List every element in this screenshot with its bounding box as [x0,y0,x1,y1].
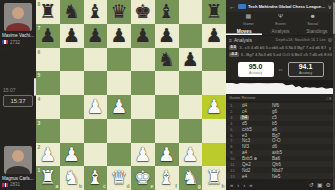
black-pawn[interactable]: ♟ [179,48,203,72]
move-list: 1.d4Nf62.c4g63.h4c54.d5b55.cxb5a66.e3Bg7… [226,102,335,179]
white-knight[interactable]: ♞ [179,166,203,190]
white-pawn[interactable]: ♟ [107,95,131,119]
black-move-cell[interactable]: a6 [272,127,302,132]
black-move-cell[interactable]: Nbd7 [272,168,302,173]
square-d7[interactable]: ♟ [107,24,131,48]
white-knight[interactable]: ♞ [60,166,84,190]
black-player-name: Maxime Vachi... [2,33,34,38]
black-pawn[interactable]: ♟ [60,24,84,48]
control-right-icons: ↺▣⚙ [309,180,331,190]
go-end-button[interactable]: » [249,180,252,190]
white-move[interactable]: Nd2 [242,168,250,173]
square-b1[interactable]: b♞ [60,166,84,190]
white-move[interactable]: h4 [240,115,249,120]
square-e3[interactable] [131,119,155,143]
black-knight[interactable]: ♞ [155,48,179,72]
black-accuracy-box: 94.1 Accuracy [288,62,324,77]
white-pawn[interactable]: ♟ [179,143,203,167]
line-moves: 3...c5 4.d5 b5 5.cxb5 a6 6.Nc3 Bg7 7.e4 … [239,45,326,50]
black-knight[interactable]: ♞ [60,0,84,24]
review-title: Game Review [229,95,323,100]
square-c4[interactable]: ♟ [84,95,108,119]
black-king[interactable]: ♚ [131,0,155,24]
engine-lines: 0.03...c5 4.d5 b5 5.cxb5 a6 6.Nc3 Bg7 7.… [226,44,335,58]
square-h4[interactable]: ♟ [202,95,226,119]
white-accuracy-label: Accuracy [249,71,262,75]
square-b7[interactable]: ♟ [60,24,84,48]
square-e6[interactable] [131,48,155,72]
playback-controls: «‹›»↺▣⚙ [226,179,335,190]
event-header: ← Tech Mahindra Global Chess League 2024… [226,0,335,12]
square-d5[interactable] [107,71,131,95]
square-g7[interactable] [179,24,203,48]
white-move[interactable]: Nc3 [242,138,250,143]
rank-label: 3 [38,120,41,126]
move-number: 7. [230,138,242,143]
move-number: 1. [230,103,242,108]
flip-board-button[interactable]: ↺ [309,180,314,190]
black-accuracy-value: 94.1 [299,63,313,71]
tab-moves[interactable]: Moves [226,27,262,35]
square-f2[interactable]: ♟ [155,143,179,167]
eval-badge: 0.0 [229,45,237,50]
white-pawn[interactable]: ♟ [155,143,179,167]
black-pawn[interactable]: ♟ [202,24,226,48]
black-bishop[interactable]: ♝ [155,0,179,24]
square-b2[interactable]: ♟ [60,143,84,167]
white-move[interactable]: Bxb5 [242,156,252,161]
collapse-icon[interactable]: ∧ [328,95,332,101]
black-move-cell[interactable]: axb5 [272,150,302,155]
board-icon: ▦ [245,13,251,20]
black-move-cell[interactable]: d6 [272,144,302,149]
norway-flag-icon [2,183,8,187]
square-g3[interactable] [179,119,203,143]
white-move-cell[interactable]: c4 [242,109,272,114]
white-player-rating: 2831 [10,182,20,187]
go-forward-button[interactable]: › [243,180,245,190]
black-move-cell[interactable]: Ba6 [272,156,302,161]
square-d3[interactable] [107,119,131,143]
square-g8[interactable] [179,0,203,24]
move-number: 2. [230,109,242,114]
event-logo [238,4,246,9]
square-b5[interactable] [60,71,84,95]
review-icons: ↓∧ [326,95,332,101]
white-move[interactable]: e4 [242,174,247,179]
move-number: 10. [230,156,242,161]
square-h2[interactable] [202,143,226,167]
square-h7[interactable]: ♟ [202,24,226,48]
square-a2[interactable]: 2♟ [36,143,60,167]
white-move-cell[interactable]: Qe2 [242,162,272,167]
engine-line-2[interactable]: -0.23...Bg7 4.Nc3 d6 5.e4 O-O 6.Be2 c5 7… [229,52,332,58]
black-bishop[interactable]: ♝ [84,0,108,24]
white-move-cell[interactable]: a4 [242,150,272,155]
review-header: Game Review ↓∧ [226,94,335,102]
white-move-cell[interactable]: d5 [242,121,272,126]
white-move[interactable]: Qe2 [242,162,251,167]
settings-button[interactable]: ⚙ [326,180,331,190]
eval-badge: -0.2 [229,52,239,57]
analysis-bar: ≡ Analysis Depth=18, Stockfish 16.1 Lite… [226,36,335,44]
lines-icon: ≡ [229,37,232,43]
eval-graph[interactable] [226,80,335,94]
square-c8[interactable]: ♝ [84,0,108,24]
square-f3[interactable] [155,119,179,143]
white-move[interactable]: d5 [242,121,247,126]
white-move[interactable]: e3 [242,133,247,138]
white-move[interactable]: a4 [242,150,247,155]
trophy-icon: Ψ [278,13,283,20]
expand-lines-icon[interactable]: ∨ [328,45,332,51]
move-number: 9. [230,150,242,155]
black-rook[interactable]: ♜ [202,0,226,24]
tab-standings[interactable]: Standings [299,27,335,35]
black-move-cell[interactable]: O-O [272,138,302,143]
people-icon: ☻ [310,13,316,20]
white-pawn[interactable]: ♟ [202,95,226,119]
square-f7[interactable]: ♟ [155,24,179,48]
white-pawn[interactable]: ♟ [60,143,84,167]
analysis-label[interactable]: Analysis [234,38,252,43]
square-b6[interactable] [60,48,84,72]
white-move[interactable]: Nf3 [242,144,249,149]
accuracy-section: 95.0 Accuracy vs 94.1 Accuracy [226,58,335,80]
square-c6[interactable] [84,48,108,72]
rank-label: 6 [38,49,41,55]
tab-analysis[interactable]: Analysis [262,27,298,35]
player-sidebar: Maxime Vachi... 2732 · · · 15:07 15:37 M… [0,0,36,190]
white-move-cell[interactable]: d4 [242,103,272,108]
square-d2[interactable] [107,143,131,167]
white-player-name: Magnus Carls... [2,176,34,181]
white-player-avatar[interactable] [4,146,32,174]
event-panel: ← Tech Mahindra Global Chess League 2024… [226,0,335,190]
nav-social[interactable]: ☻Social [307,13,318,26]
nav-label: Social [307,21,318,26]
square-g5[interactable] [179,71,203,95]
nav-label: Event [275,21,285,26]
black-move-cell[interactable]: b5 [272,121,302,126]
square-c1[interactable]: c♝ [84,166,108,190]
white-move[interactable]: cxb5 [242,127,252,132]
white-move-cell[interactable]: cxb5 [242,127,272,132]
square-h6[interactable] [202,48,226,72]
move-number: 6. [230,133,242,138]
chess-board[interactable]: 8♜♞♝♛♚♝♜7♟♟♟♟♟♟♟6♞♟54♟♟♟32♟♟♟♟♟1a♜b♞c♝d♛… [36,0,226,190]
panel-nav: ▦GameΨEvent☻Social [226,12,335,27]
white-move-cell[interactable]: Nc3 [242,138,272,143]
square-f5[interactable] [155,71,179,95]
avatar-shirt [6,166,30,174]
white-queen[interactable]: ♛ [107,166,131,190]
square-h5[interactable] [202,71,226,95]
square-e4[interactable] [131,95,155,119]
move-number: 8. [230,144,242,149]
black-pawn[interactable]: ♟ [107,24,131,48]
square-c7[interactable]: ♟ [84,24,108,48]
nav-label: Game [243,21,254,26]
black-rook[interactable]: ♜ [36,0,60,24]
black-player-avatar[interactable] [4,3,32,31]
square-c3[interactable] [84,119,108,143]
square-e2[interactable]: ♟ [131,143,155,167]
white-bishop[interactable]: ♝ [155,166,179,190]
square-e8[interactable]: ♚ [131,0,155,24]
square-d1[interactable]: d♛ [107,166,131,190]
square-f8[interactable]: ♝ [155,0,179,24]
white-move-cell[interactable]: Nd2 [242,168,272,173]
go-back-button[interactable]: ‹ [237,180,239,190]
square-h8[interactable]: ♜ [202,0,226,24]
square-c5[interactable] [84,71,108,95]
move-annotation-icon [254,157,258,161]
square-a7[interactable]: 7♟ [36,24,60,48]
black-move-cell[interactable]: c5 [272,115,302,120]
black-move-cell[interactable]: Qb6 [272,162,302,167]
square-a4[interactable]: 4 [36,95,60,119]
line-moves: 3...Bg7 4.Nc3 d6 5.e4 O-O 6.Be2 c5 7.d5 … [241,52,332,57]
square-f6[interactable]: ♞ [155,48,179,72]
move-number: 5. [230,127,242,132]
square-a8[interactable]: 8♜ [36,0,60,24]
square-h1[interactable]: h♜ [202,166,226,190]
nav-game[interactable]: ▦Game [243,13,254,26]
engine-line-1[interactable]: 0.03...c5 4.d5 b5 5.cxb5 a6 6.Nc3 Bg7 7.… [229,45,332,51]
white-pawn[interactable]: ♟ [84,95,108,119]
square-g6[interactable]: ♟ [179,48,203,72]
square-a6[interactable]: 6 [36,48,60,72]
white-clock: 15:37 [3,95,33,107]
avatar-head [12,7,24,19]
white-rook[interactable]: ♜ [36,166,60,190]
panel-tabs: MovesAnalysisStandings [226,27,335,36]
chevron-down-icon[interactable]: ∨ [328,3,332,10]
white-accuracy-box: 95.0 Accuracy [238,62,274,77]
rank-label: 4 [38,96,41,102]
square-e5[interactable] [131,71,155,95]
square-d4[interactable]: ♟ [107,95,131,119]
avatar-shirt [6,23,30,31]
black-clock: 15:07 [3,87,33,93]
black-pawn[interactable]: ♟ [36,24,60,48]
black-move-cell[interactable]: g6 [272,109,302,114]
white-pawn[interactable]: ♟ [36,143,60,167]
square-g1[interactable]: g♞ [179,166,203,190]
square-a1[interactable]: 1a♜ [36,166,60,190]
square-b3[interactable] [60,119,84,143]
black-move-cell[interactable]: Bg7 [272,133,302,138]
square-e1[interactable]: e♚ [131,166,155,190]
black-pawn[interactable]: ♟ [131,24,155,48]
move-number: 4. [230,121,242,126]
rank-label: 5 [38,72,41,78]
square-d8[interactable]: ♛ [107,0,131,24]
black-queen[interactable]: ♛ [107,0,131,24]
black-move-cell[interactable]: Nf6 [272,103,302,108]
square-a3[interactable]: 3 [36,119,60,143]
go-start-button[interactable]: « [230,180,233,190]
square-g2[interactable]: ♟ [179,143,203,167]
square-f4[interactable] [155,95,179,119]
move-number: 11. [230,162,242,167]
white-move-cell[interactable]: Nf3 [242,144,272,149]
white-accuracy-value: 95.0 [249,63,263,71]
black-move-cell[interactable]: Ne5 [272,174,302,179]
nav-event[interactable]: ΨEvent [275,13,285,26]
black-pawn[interactable]: ♟ [84,24,108,48]
move-number: 12. [230,168,242,173]
square-g4[interactable] [179,95,203,119]
square-b4[interactable] [60,95,84,119]
square-d6[interactable] [107,48,131,72]
copy-button[interactable]: ▣ [317,180,323,190]
back-icon[interactable]: ← [229,3,236,10]
white-pawn[interactable]: ♟ [131,143,155,167]
square-a5[interactable]: 5 [36,71,60,95]
engine-info: Depth=18, Stockfish 16.1 Lite [276,38,326,42]
square-f1[interactable]: f♝ [155,166,179,190]
vs-label: vs [279,67,283,72]
black-pawn[interactable]: ♟ [155,24,179,48]
square-c2[interactable] [84,143,108,167]
white-move[interactable]: c4 [242,109,247,114]
square-b8[interactable]: ♞ [60,0,84,24]
avatar-head [12,150,24,162]
white-king[interactable]: ♚ [131,166,155,190]
move-number: 13. [230,174,242,179]
event-title: Tech Mahindra Global Chess League 2024 [248,4,326,9]
square-h3[interactable] [202,119,226,143]
white-bishop[interactable]: ♝ [84,166,108,190]
gear-icon[interactable]: ⚙ [328,37,332,43]
white-rook[interactable]: ♜ [202,166,226,190]
white-move-cell[interactable]: e3 [242,133,272,138]
square-e7[interactable]: ♟ [131,24,155,48]
white-move[interactable]: d4 [242,103,247,108]
france-flag-icon [2,40,8,44]
white-move-cell[interactable]: h4 [242,115,272,120]
black-accuracy-label: Accuracy [299,71,312,75]
white-move-cell[interactable]: e4 [242,174,272,179]
black-player-rating: 2732 [10,40,20,45]
white-move-cell[interactable]: Bxb5 [242,156,272,161]
